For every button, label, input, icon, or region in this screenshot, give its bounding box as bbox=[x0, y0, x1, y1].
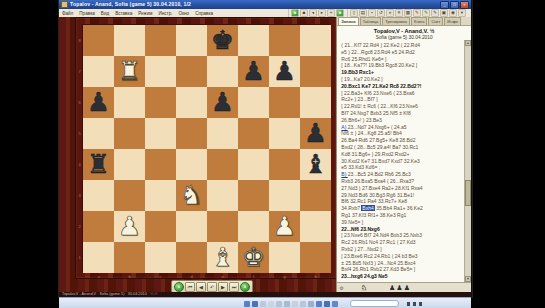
prev-move-button[interactable]: ◀ bbox=[196, 282, 206, 292]
move-text[interactable]: 29.Nd3 Bd6 30.Bg3 Rg6 31.Be1! bbox=[341, 192, 414, 198]
square-c7[interactable] bbox=[145, 56, 176, 87]
taskbar-app-icon[interactable] bbox=[308, 301, 314, 307]
first-move-button[interactable]: ⏮ bbox=[185, 282, 195, 292]
move-text[interactable]: 20.Bxc1 Ke7 21.Ke2 Rc8 22.Bd2?! bbox=[341, 83, 421, 89]
mainline-moves[interactable]: 22...Nf6 23.Nxg6 bbox=[341, 226, 463, 233]
piece-white-knight[interactable]: ♞ bbox=[176, 180, 207, 211]
piece-white-pawn[interactable]: ♟ bbox=[114, 211, 145, 242]
variation-moves[interactable]: 30.Kxd2 Ke7 31.Bxd7 Kxd7 32.Ke3 bbox=[341, 158, 463, 165]
square-e3[interactable] bbox=[207, 180, 238, 211]
square-a8[interactable]: 8 bbox=[83, 25, 114, 56]
square-g1[interactable]: g bbox=[269, 242, 300, 273]
mainline-moves[interactable]: 23...hxg6 24.g3 Ne5 bbox=[341, 273, 463, 280]
notation-icon[interactable]: ≡ bbox=[395, 9, 403, 17]
file-label: a bbox=[83, 274, 114, 279]
square-d3[interactable]: ♞ bbox=[176, 180, 207, 211]
variation-moves[interactable]: Rc2+ ) 23...Bf7 ] bbox=[341, 96, 463, 103]
square-g5[interactable] bbox=[269, 118, 300, 149]
tab-Тренировка[interactable]: Тренировка bbox=[382, 17, 410, 25]
app-icon bbox=[61, 1, 68, 8]
rank-label: 3 bbox=[79, 180, 81, 211]
players-and-result: Topalov,V - Anand,V. ½ bbox=[337, 28, 471, 34]
move-text[interactable]: Bf7 24.Nxg7 Bxb3 25.Nf5 ± Kf8 bbox=[341, 110, 410, 116]
notation-body[interactable]: ( 21...Kf7 22.Rd4 ) 22.Ke2 ( 22.Rd4e5 ) … bbox=[337, 40, 471, 282]
variation-moves[interactable]: Rxb3 26.Bxa5 Bxa4 ( 26...Rxa3? bbox=[341, 178, 463, 185]
taskbar-app-icon[interactable] bbox=[252, 301, 258, 307]
menu-items: ФайлПравкаВидВставкаРежимИнстр.ОкноСправ… bbox=[59, 11, 216, 16]
board-icon[interactable]: ▦ bbox=[404, 9, 412, 17]
square-h6[interactable] bbox=[300, 87, 331, 118]
scroll-down-icon[interactable]: ▼ bbox=[465, 276, 471, 282]
square-g8[interactable] bbox=[269, 25, 300, 56]
square-d2[interactable] bbox=[176, 211, 207, 242]
taskbar-app-icon[interactable] bbox=[284, 301, 290, 307]
menu-окно[interactable]: Окно bbox=[175, 11, 192, 16]
tab-Таблица[interactable]: Таблица bbox=[360, 17, 382, 25]
move-text[interactable]: Bxd2 ( 28...Bc5 29.a4! Ba7 30.Rc1 bbox=[341, 144, 418, 150]
move-text[interactable]: 23...Nd7 24.Nxg6+ ( 24.a5 bbox=[348, 124, 407, 130]
next-move-button[interactable]: ▶ bbox=[218, 282, 228, 292]
variation-moves[interactable]: [ 23.Bxe6 Rc2 24.Rb1 ( 24.b3 Be3 bbox=[341, 253, 463, 260]
white-extra-material: ♞ bbox=[361, 284, 367, 292]
square-f6[interactable] bbox=[238, 87, 269, 118]
gear-icon[interactable]: ⚙ bbox=[339, 285, 343, 291]
variation-moves[interactable]: 27.Nd3 ) 27.Bxe4 Ra2+ 28.Kf1 Rxa4 bbox=[341, 185, 463, 192]
move-text[interactable]: ( 21...Kf7 22.Rd4 ) 22.Ke2 ( 22.Rd4 bbox=[341, 42, 420, 48]
square-b5[interactable] bbox=[114, 118, 145, 149]
variation-moves[interactable]: ( 21...Kf7 22.Rd4 ) 22.Ke2 ( 22.Rd4 bbox=[341, 42, 463, 49]
takeback-button[interactable]: ↶ bbox=[207, 282, 217, 292]
variation-moves[interactable]: Bf6 32.Rc1 Ra4 33.Rc7+ Ke8 bbox=[341, 198, 463, 205]
rank-label: 2 bbox=[79, 211, 81, 242]
move-text[interactable]: 27.Nd3 ) 27.Bxe4 Ra2+ 28.Kf1 Rxa4 bbox=[341, 185, 422, 191]
square-f4[interactable] bbox=[238, 149, 269, 180]
move-text[interactable]: 34.Rxb7 bbox=[341, 205, 361, 211]
last-move-button[interactable]: ⏭ bbox=[229, 282, 239, 292]
taskbar-dot bbox=[407, 302, 410, 306]
mainline-moves[interactable]: 19.Bb3 Rxc1+ bbox=[341, 69, 463, 76]
square-b8[interactable] bbox=[114, 25, 145, 56]
rank-label: 8 bbox=[79, 25, 81, 56]
file-label: e bbox=[207, 274, 238, 279]
square-e5[interactable] bbox=[207, 118, 238, 149]
move-text[interactable]: Rg1 37.Kf3 Rf1+ 38.Ke3 Rg1 bbox=[341, 212, 406, 218]
scroll-up-icon[interactable]: ▲ bbox=[465, 40, 471, 46]
square-a1[interactable]: a1 bbox=[83, 242, 114, 273]
square-d6[interactable] bbox=[176, 87, 207, 118]
tab-Счет[interactable]: Счет bbox=[428, 17, 443, 25]
mainline-moves[interactable]: 20.Bxc1 Ke7 21.Ke2 Rc8 22.Bd2?! bbox=[341, 83, 463, 90]
square-c1[interactable]: c bbox=[145, 242, 176, 273]
square-b3[interactable] bbox=[114, 180, 145, 211]
square-e7[interactable] bbox=[207, 56, 238, 87]
square-h5[interactable]: ♟ bbox=[300, 118, 331, 149]
rank-label: 5 bbox=[79, 118, 81, 149]
taskbar-app-icon[interactable] bbox=[300, 301, 306, 307]
variation-moves[interactable]: ± 25.Bd5 Nxf3 ) 24...Nc4 25.Bxc4 bbox=[341, 260, 463, 267]
title-bar[interactable]: Topalov - Anand, Sofia (game 5) 30.04.20… bbox=[59, 0, 471, 9]
menu-справка[interactable]: Справка bbox=[192, 11, 216, 16]
square-f2[interactable] bbox=[238, 211, 269, 242]
piece-black-bishop[interactable]: ♝ bbox=[300, 149, 331, 180]
square-e8[interactable]: ♚ bbox=[207, 25, 238, 56]
variation-moves[interactable]: Bf7 24.Nxg7 Bxb3 25.Nf5 ± Kf8 bbox=[341, 110, 463, 117]
variation-moves[interactable]: [ 19...Ka7 20.Ke2 ] bbox=[341, 76, 463, 83]
square-h4[interactable]: ♝ bbox=[300, 149, 331, 180]
move-text[interactable]: [ 22.Ba3+ Kf6 23.Nxe6 ( 23.Bxa6 bbox=[341, 90, 414, 96]
notation-scrollbar[interactable]: ▲ ▼ bbox=[464, 40, 471, 282]
square-h7[interactable] bbox=[300, 56, 331, 87]
square-h3[interactable] bbox=[300, 180, 331, 211]
variation-moves[interactable]: Bxf4 26.Rb1 Rxb2 27.Kd3 Be5= ] bbox=[341, 266, 463, 273]
taskbar-app-icon[interactable] bbox=[260, 301, 266, 307]
square-h2[interactable] bbox=[300, 211, 331, 242]
move-text[interactable]: Rc6 25.Rhd1 Ke6= ] bbox=[341, 56, 386, 62]
square-f5[interactable] bbox=[238, 118, 269, 149]
piece-black-pawn[interactable]: ♟ bbox=[83, 87, 114, 118]
square-g6[interactable] bbox=[269, 87, 300, 118]
move-text[interactable]: [ 19...Ka7 20.Ke2 ] bbox=[341, 76, 382, 82]
square-a7[interactable]: 7 bbox=[83, 56, 114, 87]
maximize-button[interactable]: □ bbox=[450, 1, 459, 9]
engine-button[interactable]: ● bbox=[240, 282, 250, 292]
piece-white-bishop[interactable]: ♝ bbox=[207, 242, 238, 273]
main-content: 8♚7♜♟♟♟6♟5♟♜4♝3♞2♟♟a1bcd♝e♚fgh ●⏮◀↶▶⏭● З… bbox=[59, 17, 471, 292]
variation-moves[interactable]: A) 23...Nd7 24.Nxg6+ ( 24.a5 bbox=[341, 124, 463, 131]
square-f8[interactable] bbox=[238, 25, 269, 56]
taskbar-app-icon[interactable] bbox=[268, 301, 274, 307]
piece-black-pawn[interactable]: ♟ bbox=[300, 118, 331, 149]
move-text[interactable]: [ 18...Ka7?! 19.Bb3 Rgc8 20.Ke2 ] bbox=[341, 62, 417, 68]
move-text[interactable]: ± 25.Bd5 Nxf3 ) 24...Nc4 25.Bxc4 bbox=[341, 260, 415, 266]
engine-on-icon[interactable]: ● bbox=[291, 9, 299, 17]
variation-moves[interactable]: [ 18...Ka7?! 19.Bb3 Rgc8 20.Ke2 ] bbox=[341, 62, 463, 69]
square-a2[interactable]: 2 bbox=[83, 211, 114, 242]
move-text[interactable]: [ 23.Bxe6 Rc2 24.Rb1 ( 24.b3 Be3 bbox=[341, 253, 417, 259]
piece-white-king[interactable]: ♚ bbox=[238, 242, 269, 273]
move-text[interactable]: 26.Ba4 Rd6 27.Bg5+ Ke8 28.Bd2 bbox=[341, 137, 415, 143]
square-c3[interactable] bbox=[145, 180, 176, 211]
square-b2[interactable]: ♟ bbox=[114, 211, 145, 242]
chess-board[interactable]: 8♚7♜♟♟♟6♟5♟♜4♝3♞2♟♟a1bcd♝e♚fgh bbox=[82, 24, 330, 272]
square-b4[interactable] bbox=[114, 149, 145, 180]
notation-panel: ЗаписьТаблицаТренировкаКнигаСчетИнфо Top… bbox=[336, 17, 471, 292]
move-list: ( 21...Kf7 22.Rd4 ) 22.Ke2 ( 22.Rd4e5 ) … bbox=[341, 42, 463, 280]
square-d1[interactable]: d bbox=[176, 242, 207, 273]
move-text[interactable]: e5 33.Kd3 Kd6= ; bbox=[341, 164, 380, 170]
file-label: f bbox=[238, 274, 269, 279]
menu-вид[interactable]: Вид bbox=[98, 11, 112, 16]
menu-режим[interactable]: Режим bbox=[135, 11, 155, 16]
variation-moves[interactable]: Bxd2 ( 28...Bc5 29.a4! Ba7 30.Rc1 bbox=[341, 144, 463, 151]
result-label: ½ bbox=[430, 28, 435, 34]
tab-Инфо[interactable]: Инфо bbox=[444, 17, 461, 25]
move-text[interactable]: Rxb3 26.Bxa5 Bxa4 ( 26...Rxa3? bbox=[341, 178, 414, 184]
variation-moves[interactable]: 26.Ba4 Rd6 27.Bg5+ Ke8 28.Bd2 bbox=[341, 137, 463, 144]
file-label: h bbox=[300, 274, 331, 279]
square-f7[interactable]: ♟ bbox=[238, 56, 269, 87]
move-text[interactable]: 23...Bc5 24.Bd2 Rb6 25.Bc3 bbox=[348, 171, 411, 177]
variation-moves[interactable]: e5 ) 22...Rgc8 23.Rd4 e5 24.Rd2 bbox=[341, 49, 463, 56]
square-e1[interactable]: ♝e bbox=[207, 242, 238, 273]
rank-label: 4 bbox=[79, 149, 81, 180]
file-label: d bbox=[176, 274, 207, 279]
square-e6[interactable]: ♟ bbox=[207, 87, 238, 118]
tab-Запись[interactable]: Запись bbox=[338, 17, 358, 25]
rank-label: 1 bbox=[79, 242, 81, 273]
toolbar-group2: ▯▤▪↺»≡▦✎✎✎▣◉▾ bbox=[347, 9, 468, 17]
square-b1[interactable]: b bbox=[114, 242, 145, 273]
move-text[interactable]: 23...hxg6 24.g3 Ne5 bbox=[341, 273, 387, 279]
menu-вставка[interactable]: Вставка bbox=[112, 11, 135, 16]
game-header: Topalov,V - Anand,V. ½ Sofia (game 5) 30… bbox=[337, 26, 471, 40]
variation-moves[interactable]: Rg1 37.Kf3 Rf1+ 38.Ke3 Rg1 bbox=[341, 212, 463, 219]
piece-black-rook[interactable]: ♜ bbox=[83, 149, 114, 180]
more-icon[interactable]: ▾ bbox=[458, 9, 466, 17]
pen-blue-icon[interactable]: ✎ bbox=[431, 9, 439, 17]
move-text[interactable]: Bxf4 26.Rb1 Rxb2 27.Kd3 Be5= ] bbox=[341, 266, 415, 272]
back-icon[interactable]: ◂ bbox=[309, 9, 317, 17]
square-g3[interactable] bbox=[269, 180, 300, 211]
variation-moves[interactable]: [ 22.Ba3+ Kf6 23.Nxe6 ( 23.Bxa6 bbox=[341, 90, 463, 97]
taskbar-slider[interactable] bbox=[350, 300, 399, 307]
taskbar bbox=[59, 297, 471, 308]
move-text[interactable]: 26.Bh6+! ) 23.Be3 bbox=[341, 117, 381, 123]
square-e4[interactable] bbox=[207, 149, 238, 180]
move-text[interactable]: Nf6 ± ) 24...Kg8 25.a5! Bb4 bbox=[341, 130, 402, 136]
square-d8[interactable] bbox=[176, 25, 207, 56]
save-icon[interactable]: ▪ bbox=[368, 9, 376, 17]
piece-black-pawn[interactable]: ♟ bbox=[207, 87, 238, 118]
scrollbar-thumb[interactable] bbox=[465, 180, 471, 206]
variation-moves[interactable]: 26.Bh6+! ) 23.Be3 bbox=[341, 117, 463, 124]
tab-Книга[interactable]: Книга bbox=[411, 17, 427, 25]
square-d7[interactable] bbox=[176, 56, 207, 87]
piece-white-pawn[interactable]: ♟ bbox=[269, 211, 300, 242]
variation-moves[interactable]: 34.Rxb7 Bxh4 35.Bb4 Ra1+ 36.Ke2 bbox=[341, 205, 463, 212]
video-frame: Topalov - Anand, Sofia (game 5) 30.04.20… bbox=[0, 0, 545, 308]
variation-moves[interactable]: Nf6 ± ) 24...Kg8 25.a5! Bb4 bbox=[341, 130, 463, 137]
chess-app-window: Topalov - Anand, Sofia (game 5) 30.04.20… bbox=[59, 0, 472, 297]
piece-black-pawn[interactable]: ♟ bbox=[238, 56, 269, 87]
square-a4[interactable]: ♜4 bbox=[83, 149, 114, 180]
variation-moves[interactable]: [ 23.Nxe6 Bf7 24.Nd4 Bxb3 25.Nxb3 bbox=[341, 232, 463, 239]
square-c5[interactable] bbox=[145, 118, 176, 149]
square-c2[interactable] bbox=[145, 211, 176, 242]
square-b6[interactable] bbox=[114, 87, 145, 118]
window-title: Topalov - Anand, Sofia (game 5) 30.04.20… bbox=[70, 0, 440, 9]
square-c4[interactable] bbox=[145, 149, 176, 180]
pen-red-icon[interactable]: ✎ bbox=[413, 9, 421, 17]
piece-black-king[interactable]: ♚ bbox=[207, 25, 238, 56]
move-text[interactable]: [ 22.Rd1! ± Rc6 ( 22...Kf6 23.Nxe6 bbox=[341, 103, 417, 109]
taskbar-app-icon[interactable] bbox=[244, 301, 250, 307]
board-frame: 8♚7♜♟♟♟6♟5♟♜4♝3♞2♟♟a1bcd♝e♚fgh bbox=[75, 17, 337, 279]
marker-icon[interactable]: ▣ bbox=[440, 9, 448, 17]
move-text[interactable]: Kd8 31.Bg6+ ) 29.Rxd2 Rxd2+ bbox=[341, 151, 409, 157]
move-text[interactable]: 19.Bb3 Rxc1+ bbox=[341, 69, 374, 75]
variation-moves[interactable]: 29.Nd3 Bd6 30.Bg3 Rg6 31.Be1! bbox=[341, 192, 463, 199]
taskbar-app-icon[interactable] bbox=[276, 301, 282, 307]
open-icon[interactable]: ▤ bbox=[359, 9, 367, 17]
move-text[interactable]: 30.Kxd2 Ke7 31.Bxd7 Kxd7 32.Ke3 bbox=[341, 158, 419, 164]
autoplay-button[interactable]: ● bbox=[174, 282, 184, 292]
square-g4[interactable] bbox=[269, 149, 300, 180]
square-d4[interactable] bbox=[176, 149, 207, 180]
taskbar-app-icon[interactable] bbox=[292, 301, 298, 307]
move-text[interactable]: 35.Bb4 Ra1+ 36.Ke2 bbox=[375, 205, 423, 211]
piece-white-rook[interactable]: ♜ bbox=[114, 56, 145, 87]
toolbar: ●■◂▸+●▯▤▪↺»≡▦✎✎✎▣◉▾ bbox=[288, 9, 468, 17]
rank-label: 6 bbox=[79, 87, 81, 118]
menu-правка[interactable]: Правка bbox=[76, 11, 98, 16]
file-label: c bbox=[145, 274, 176, 279]
forward-icon[interactable]: ▸ bbox=[318, 9, 326, 17]
close-button[interactable]: × bbox=[460, 1, 469, 9]
square-c8[interactable] bbox=[145, 25, 176, 56]
variation-moves[interactable]: [ 22.Rd1! ± Rc6 ( 22...Kf6 23.Nxe6 bbox=[341, 103, 463, 110]
variation-moves[interactable]: 39.Ne5= ] bbox=[341, 219, 463, 226]
selected-move[interactable]: Bxh4 bbox=[361, 205, 374, 211]
material-balance-bar: ⚙ ♞ ♟♟♟ bbox=[337, 282, 471, 292]
move-text[interactable]: Rc2+ ) 23...Bf7 ] bbox=[341, 96, 377, 102]
square-a6[interactable]: ♟6 bbox=[83, 87, 114, 118]
minimize-button[interactable]: _ bbox=[440, 1, 449, 9]
square-g7[interactable]: ♟ bbox=[269, 56, 300, 87]
square-b7[interactable]: ♜ bbox=[114, 56, 145, 87]
stop-icon[interactable]: ■ bbox=[300, 9, 308, 17]
file-label: b bbox=[114, 274, 145, 279]
square-d5[interactable] bbox=[176, 118, 207, 149]
board-panel: 8♚7♜♟♟♟6♟5♟♜4♝3♞2♟♟a1bcd♝e♚fgh ●⏮◀↶▶⏭● bbox=[59, 17, 336, 292]
square-h1[interactable]: h bbox=[300, 242, 331, 273]
move-text[interactable]: e5 ) 22...Rgc8 23.Rd4 e5 24.Rd2 bbox=[341, 49, 414, 55]
add-icon[interactable]: + bbox=[327, 9, 335, 17]
variation-moves[interactable]: Rc2 26.Rb1 Nc4 27.Rc1 ( 27.Kd3 bbox=[341, 239, 463, 246]
taskbar-app-icon[interactable] bbox=[332, 301, 338, 307]
new-game-icon[interactable]: ▯ bbox=[350, 9, 358, 17]
players-label: Topalov,V - Anand,V. bbox=[374, 28, 428, 34]
variation-moves[interactable]: Rc6 25.Rhd1 Ke6= ] bbox=[341, 56, 463, 63]
square-f1[interactable]: ♚f bbox=[238, 242, 269, 273]
pen-green-icon[interactable]: ✎ bbox=[422, 9, 430, 17]
variation-moves[interactable]: e5 33.Kd3 Kd6= ; bbox=[341, 164, 463, 171]
menu-файл[interactable]: Файл bbox=[59, 11, 76, 16]
file-label: g bbox=[269, 274, 300, 279]
move-text[interactable]: Rxb2 ) 27...Nxd2 ] bbox=[341, 246, 381, 252]
move-now-icon[interactable]: » bbox=[386, 9, 394, 17]
move-text[interactable]: Bf6 32.Rc1 Ra4 33.Rc7+ Ke8 bbox=[341, 198, 407, 204]
taskbar-app-icon[interactable] bbox=[324, 301, 330, 307]
move-text[interactable]: Rc2 26.Rb1 Nc4 27.Rc1 ( 27.Kd3 bbox=[341, 239, 415, 245]
taskbar-dots bbox=[407, 302, 422, 306]
hint-icon[interactable]: ● bbox=[336, 9, 344, 17]
piece-black-pawn[interactable]: ♟ bbox=[269, 56, 300, 87]
rank-label: 7 bbox=[79, 56, 81, 87]
move-text[interactable]: [ 23.Nxe6 Bf7 24.Nd4 Bxb3 25.Nxb3 bbox=[341, 232, 422, 238]
menu-инстр.[interactable]: Инстр. bbox=[155, 11, 175, 16]
move-text[interactable]: 22...Nf6 23.Nxg6 bbox=[341, 226, 379, 232]
square-c6[interactable] bbox=[145, 87, 176, 118]
square-f3[interactable] bbox=[238, 180, 269, 211]
variation-moves[interactable]: Kd8 31.Bg6+ ) 29.Rxd2 Rxd2+ bbox=[341, 151, 463, 158]
notation-tabs: ЗаписьТаблицаТренировкаКнигаСчетИнфо bbox=[337, 17, 471, 26]
square-h8[interactable] bbox=[300, 25, 331, 56]
taskbar-app-icon[interactable] bbox=[316, 301, 322, 307]
variation-moves[interactable]: B) 23...Bc5 24.Bd2 Rb6 25.Bc3 bbox=[341, 171, 463, 178]
flip-board-icon[interactable]: ↺ bbox=[377, 9, 385, 17]
taskbar-icons bbox=[244, 301, 338, 307]
move-text[interactable]: 39.Ne5= ] bbox=[341, 219, 363, 225]
square-a3[interactable]: 3 bbox=[83, 180, 114, 211]
variation-moves[interactable]: Rxb2 ) 27...Nxd2 ] bbox=[341, 246, 463, 253]
taskbar-dot bbox=[413, 302, 416, 306]
square-e2[interactable] bbox=[207, 211, 238, 242]
taskbar-dot bbox=[419, 302, 422, 306]
square-g2[interactable]: ♟ bbox=[269, 211, 300, 242]
square-a5[interactable]: 5 bbox=[83, 118, 114, 149]
toolbar-group1: ●■◂▸+● bbox=[288, 9, 346, 17]
camera-icon[interactable]: ◉ bbox=[449, 9, 457, 17]
black-extra-material: ♟♟♟ bbox=[389, 284, 411, 292]
